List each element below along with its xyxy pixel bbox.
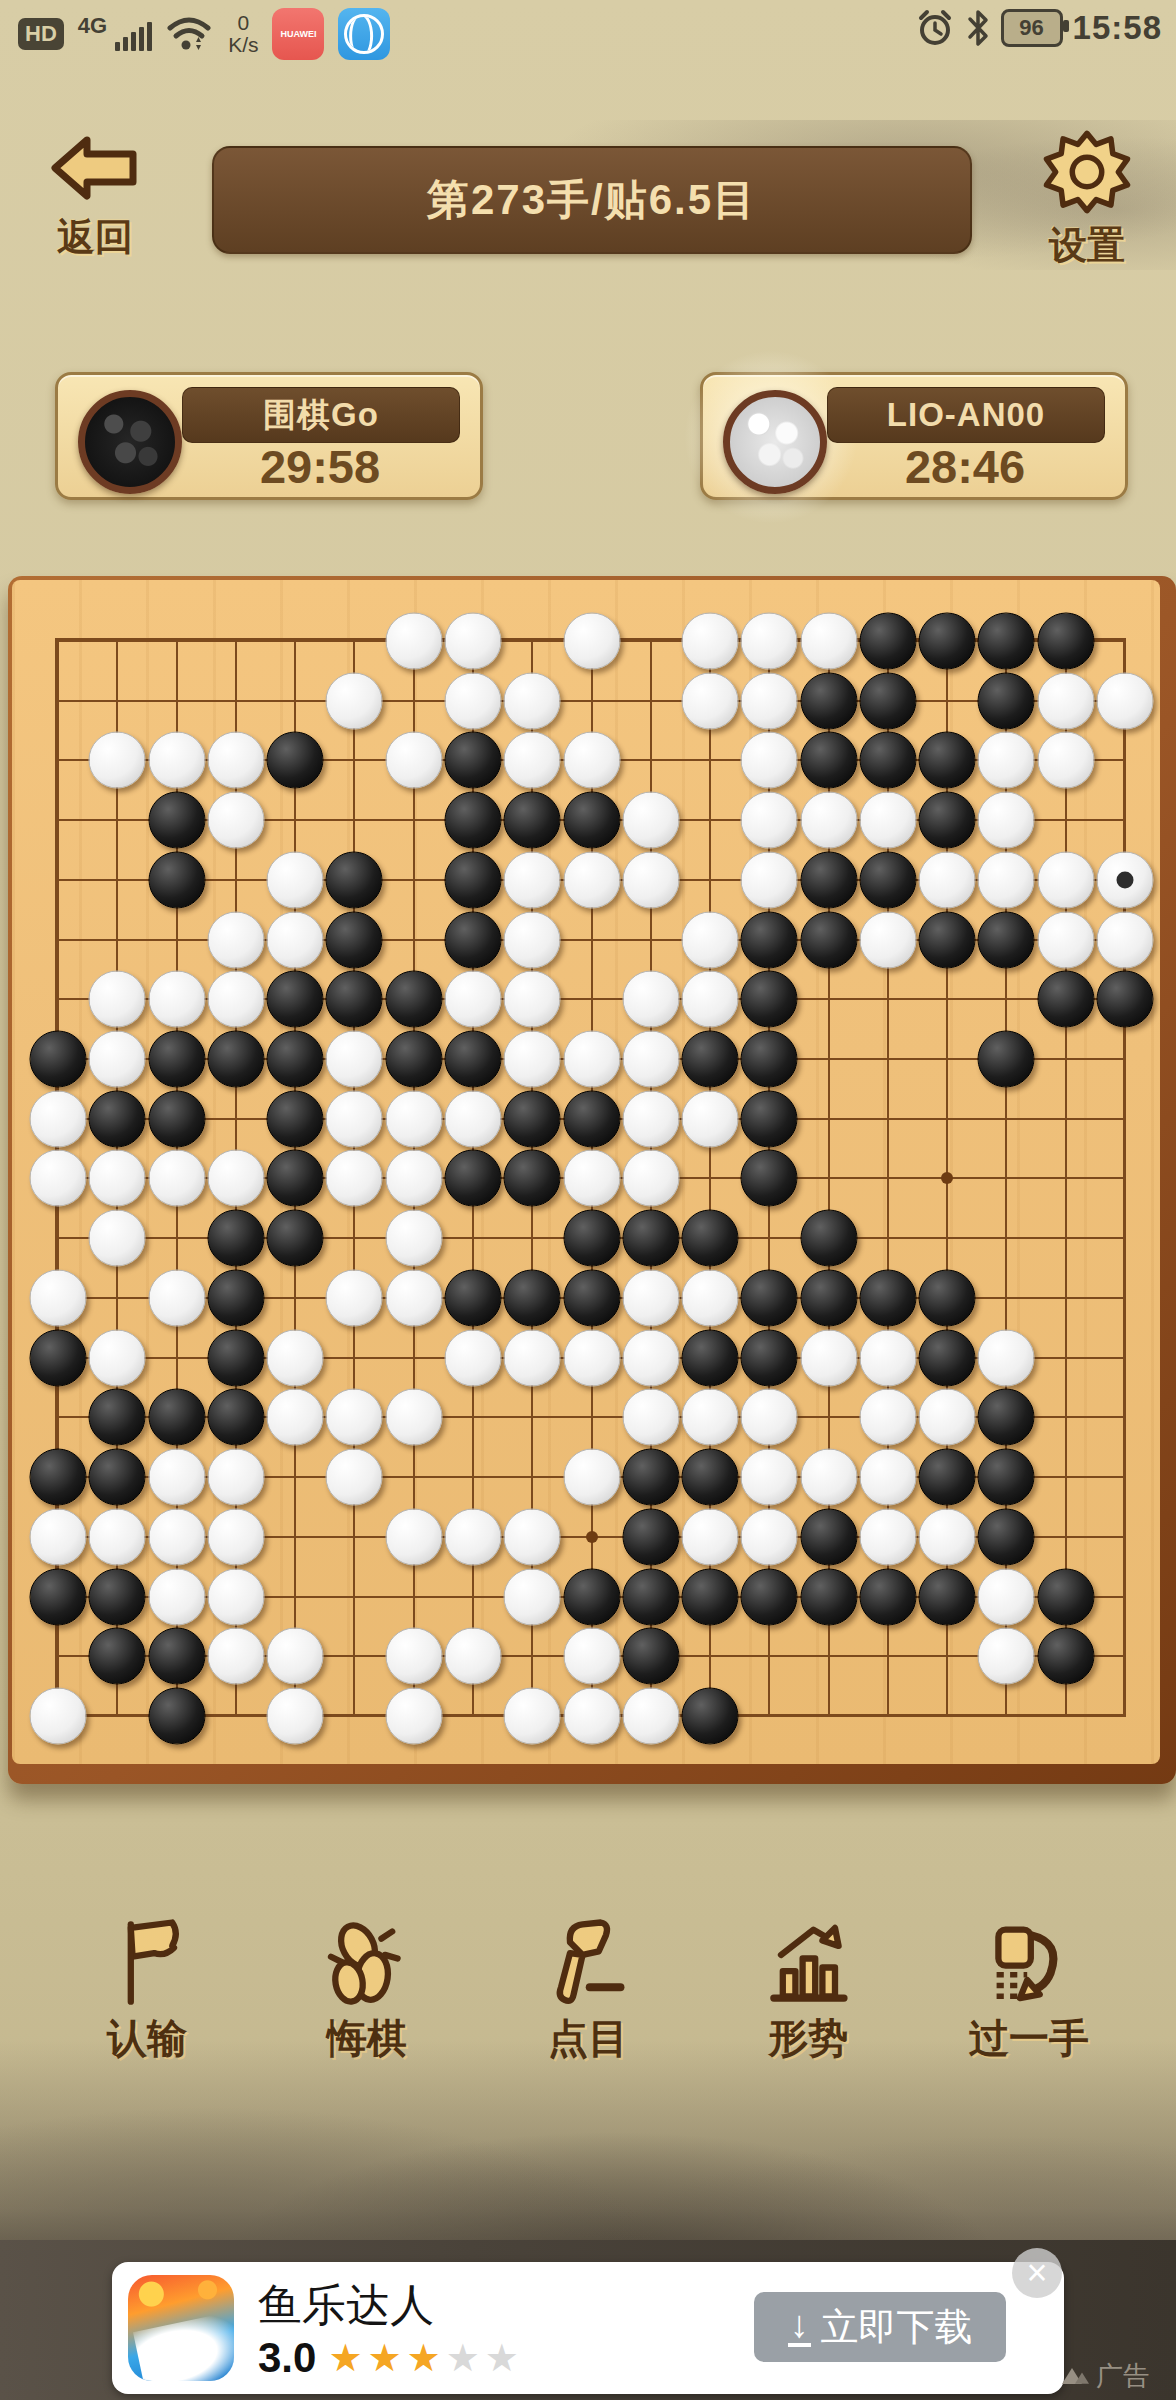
white-stone [148, 971, 205, 1028]
black-stone [30, 1449, 87, 1506]
go-app-screen: HD 4G 0 K/s HUAWEI [0, 0, 1176, 2400]
white-stone [682, 1508, 739, 1565]
huawei-app-icon: HUAWEI [272, 8, 324, 60]
ad-tag: 广告 [1062, 2358, 1150, 2394]
black-stone [919, 1449, 976, 1506]
black-stone [622, 1508, 679, 1565]
black-stone [1097, 971, 1154, 1028]
white-stone [622, 1389, 679, 1446]
black-stone [89, 1090, 146, 1147]
white-stone [741, 1508, 798, 1565]
black-stone [682, 1210, 739, 1267]
white-stone [919, 1389, 976, 1446]
black-stone [800, 1269, 857, 1326]
white-stone [978, 732, 1035, 789]
white-stone [148, 1568, 205, 1625]
network-type-label: 4G [78, 13, 107, 39]
white-stone [978, 792, 1035, 849]
black-stone [800, 732, 857, 789]
black-stone [919, 613, 976, 670]
white-stone [1037, 732, 1094, 789]
player-card-black: 围棋Go 29:58 [55, 372, 483, 500]
white-stone [326, 1449, 383, 1506]
white-stone [207, 732, 264, 789]
black-stone [622, 1628, 679, 1685]
network-speed: 0 K/s [228, 12, 258, 56]
white-stone [267, 1389, 324, 1446]
ad-cta-label: 立即下载 [821, 2302, 973, 2353]
black-stone [148, 792, 205, 849]
white-stone [444, 1090, 501, 1147]
black-stone [326, 971, 383, 1028]
settings-label: 设置 [1022, 220, 1152, 271]
white-stone [682, 1269, 739, 1326]
black-stone [741, 971, 798, 1028]
white-stone [741, 613, 798, 670]
white-stone [207, 1508, 264, 1565]
white-stone [326, 1269, 383, 1326]
white-stone [385, 1090, 442, 1147]
white-stone [385, 1210, 442, 1267]
hd-volte-icon: HD [18, 18, 64, 50]
black-stone [1037, 1568, 1094, 1625]
ad-tag-text: 广告 [1096, 2358, 1150, 2394]
black-stone [504, 1269, 561, 1326]
black-stone [563, 1090, 620, 1147]
black-stone [978, 1389, 1035, 1446]
white-stone [682, 1090, 739, 1147]
star-point [941, 1172, 953, 1184]
white-stone [563, 1449, 620, 1506]
white-stone [385, 732, 442, 789]
white-stone [504, 1329, 561, 1386]
battery-icon: 96 [1001, 9, 1063, 47]
white-stone [1097, 911, 1154, 968]
black-stone [978, 1449, 1035, 1506]
white-stone [919, 851, 976, 908]
black-stone [859, 851, 916, 908]
last-move-marker [1117, 871, 1134, 888]
go-board[interactable] [12, 580, 1160, 1764]
black-stone [148, 1090, 205, 1147]
ad-rating-score: 3.0 [258, 2334, 316, 2382]
white-stone [385, 1687, 442, 1744]
white-stone [207, 1628, 264, 1685]
black-stone [267, 1150, 324, 1207]
black-stone [978, 672, 1035, 729]
count-points-icon [543, 1915, 633, 2011]
black-stone [682, 1449, 739, 1506]
alarm-clock-icon [915, 8, 955, 48]
black-stone [267, 1090, 324, 1147]
black-stone [207, 1210, 264, 1267]
download-icon: ↓ [788, 2307, 811, 2347]
status-bar: HD 4G 0 K/s HUAWEI [0, 0, 1176, 62]
black-stone [563, 1568, 620, 1625]
white-stone [622, 971, 679, 1028]
black-stone [682, 1687, 739, 1744]
white-stone [89, 1329, 146, 1386]
white-stone [148, 1150, 205, 1207]
undo-stones-icon [322, 1915, 412, 2011]
white-stone [207, 971, 264, 1028]
black-stone [800, 851, 857, 908]
white-stone [978, 1568, 1035, 1625]
black-stone [622, 1449, 679, 1506]
white-stone [444, 672, 501, 729]
white-stone [148, 1449, 205, 1506]
black-stone [800, 1210, 857, 1267]
white-stone [800, 1329, 857, 1386]
white-stone [1037, 672, 1094, 729]
black-stone [326, 851, 383, 908]
back-arrow-icon [45, 132, 145, 210]
white-stone [385, 1150, 442, 1207]
gear-icon [1041, 126, 1133, 218]
white-stone [504, 1568, 561, 1625]
white-stone [800, 792, 857, 849]
ad-app-icon [128, 2275, 234, 2381]
black-stone [89, 1449, 146, 1506]
white-stone [800, 1449, 857, 1506]
white-stone [444, 1508, 501, 1565]
black-stone [741, 1269, 798, 1326]
black-stone [267, 971, 324, 1028]
white-stone [622, 792, 679, 849]
white-stone [622, 1687, 679, 1744]
white-stone [504, 1508, 561, 1565]
black-stone [444, 1031, 501, 1088]
white-stone [1097, 672, 1154, 729]
white-stone [563, 732, 620, 789]
black-stone [444, 1269, 501, 1326]
white-stone [741, 851, 798, 908]
black-stone [148, 1687, 205, 1744]
white-stone [30, 1090, 87, 1147]
black-stone [267, 732, 324, 789]
white-stone [622, 1090, 679, 1147]
black-stone [741, 1090, 798, 1147]
black-stone [30, 1329, 87, 1386]
white-stone [148, 1269, 205, 1326]
white-stone [741, 1449, 798, 1506]
white-stone [148, 732, 205, 789]
white-stone [89, 1508, 146, 1565]
white-stone [622, 851, 679, 908]
white-stone [622, 1031, 679, 1088]
black-stone [682, 1568, 739, 1625]
board-frame [8, 576, 1176, 1784]
cell-signal-icon [115, 17, 152, 51]
white-stone [504, 672, 561, 729]
black-stone [148, 851, 205, 908]
white-stone [267, 851, 324, 908]
black-clock: 29:58 [182, 439, 458, 494]
white-stone [504, 851, 561, 908]
white-stone [978, 1329, 1035, 1386]
black-stone [563, 1269, 620, 1326]
white-stone [859, 792, 916, 849]
white-stone [919, 1508, 976, 1565]
black-stone [741, 1031, 798, 1088]
white-stone [682, 672, 739, 729]
white-stone [89, 732, 146, 789]
back-button[interactable]: 返回 [30, 132, 160, 263]
white-stone [563, 1031, 620, 1088]
white-stone [30, 1508, 87, 1565]
white-stone [859, 911, 916, 968]
black-stone [622, 1210, 679, 1267]
ad-card[interactable]: 鱼乐达人 3.0 ★★★★★ ↓ 立即下载 [112, 2262, 1064, 2394]
black-stone [444, 1150, 501, 1207]
white-stone [682, 613, 739, 670]
white-stone [385, 1508, 442, 1565]
black-stone [207, 1329, 264, 1386]
white-stone [89, 1031, 146, 1088]
black-stone [859, 672, 916, 729]
ad-tag-mountain-icon-2 [1075, 2373, 1089, 2384]
black-stone [859, 1269, 916, 1326]
black-stone [919, 1568, 976, 1625]
white-stone [859, 1508, 916, 1565]
star-point [586, 1531, 598, 1543]
black-stone [919, 732, 976, 789]
white-stone [741, 732, 798, 789]
white-stone [682, 911, 739, 968]
white-stone [859, 1449, 916, 1506]
white-stone [207, 1568, 264, 1625]
black-stone [741, 911, 798, 968]
white-stone [444, 1329, 501, 1386]
settings-button[interactable]: 设置 [1022, 126, 1152, 271]
white-nameplate: LIO-AN00 [827, 387, 1105, 443]
black-stone [207, 1389, 264, 1446]
browser-globe-icon [338, 8, 390, 60]
white-stone [1037, 911, 1094, 968]
black-stone [563, 1210, 620, 1267]
black-stone [444, 911, 501, 968]
back-label: 返回 [30, 212, 160, 263]
black-stone [859, 613, 916, 670]
black-stone [1037, 613, 1094, 670]
white-stone [504, 1031, 561, 1088]
white-stone [89, 971, 146, 1028]
black-stone [800, 1568, 857, 1625]
white-stone [385, 613, 442, 670]
black-stone [800, 1508, 857, 1565]
pass-icon [984, 1915, 1074, 2011]
white-stone [1037, 851, 1094, 908]
black-stone [30, 1031, 87, 1088]
black-stone [207, 1269, 264, 1326]
white-stone [563, 613, 620, 670]
black-stone [919, 911, 976, 968]
black-stone [919, 792, 976, 849]
white-stone [622, 1329, 679, 1386]
white-stone [504, 1687, 561, 1744]
white-stone [89, 1150, 146, 1207]
black-stone [504, 792, 561, 849]
black-stone [563, 792, 620, 849]
black-stone [148, 1031, 205, 1088]
white-stone [207, 911, 264, 968]
white-stone [504, 971, 561, 1028]
black-stone [682, 1329, 739, 1386]
move-status-text: 第273手/贴6.5目 [427, 172, 757, 228]
move-status-bar: 第273手/贴6.5目 [212, 146, 972, 254]
white-stones-bowl [723, 390, 827, 494]
black-stone [859, 1568, 916, 1625]
black-stone [741, 1568, 798, 1625]
black-stone [444, 732, 501, 789]
wifi-icon [166, 14, 212, 54]
white-stone [800, 613, 857, 670]
white-stone [859, 1389, 916, 1446]
white-stone [30, 1269, 87, 1326]
white-stone [267, 1628, 324, 1685]
black-stone [444, 851, 501, 908]
white-stone [563, 851, 620, 908]
black-stone [978, 1031, 1035, 1088]
black-stone [622, 1568, 679, 1625]
white-stone [207, 1150, 264, 1207]
bluetooth-icon [965, 8, 991, 48]
white-stone [563, 1628, 620, 1685]
white-stone [148, 1508, 205, 1565]
black-stone [682, 1031, 739, 1088]
white-stone [326, 672, 383, 729]
white-stone [207, 1449, 264, 1506]
white-stone [326, 1389, 383, 1446]
black-stone [800, 911, 857, 968]
black-stone [267, 1031, 324, 1088]
white-stone [385, 1389, 442, 1446]
white-stone [622, 1269, 679, 1326]
black-stone [800, 672, 857, 729]
black-stone [919, 1329, 976, 1386]
black-stone [741, 1150, 798, 1207]
black-stone [504, 1090, 561, 1147]
situation-chart-icon [763, 1915, 853, 2011]
black-stone [148, 1628, 205, 1685]
white-stone [89, 1210, 146, 1267]
black-stone [1037, 1628, 1094, 1685]
black-stone [504, 1150, 561, 1207]
black-stone [385, 1031, 442, 1088]
black-stone [919, 1269, 976, 1326]
white-stone [267, 1329, 324, 1386]
black-stone [978, 1508, 1035, 1565]
white-stone [859, 1329, 916, 1386]
black-stones-bowl [78, 390, 182, 494]
black-stone [444, 792, 501, 849]
white-stone [385, 1628, 442, 1685]
white-stone [326, 1150, 383, 1207]
white-stone [563, 1150, 620, 1207]
white-stone [444, 971, 501, 1028]
white-stone [207, 792, 264, 849]
ad-banner-zone: 鱼乐达人 3.0 ★★★★★ ↓ 立即下载 × 广告 [0, 2240, 1176, 2400]
white-stone [30, 1687, 87, 1744]
ad-download-button[interactable]: ↓ 立即下载 [754, 2292, 1006, 2362]
white-stone [267, 911, 324, 968]
white-stone [741, 672, 798, 729]
player-card-white: LIO-AN00 28:46 [700, 372, 1128, 500]
black-stone [978, 911, 1035, 968]
black-stone [30, 1568, 87, 1625]
black-stone [148, 1389, 205, 1446]
white-stone [682, 971, 739, 1028]
black-stone [89, 1389, 146, 1446]
black-nameplate: 围棋Go [182, 387, 460, 443]
black-stone [267, 1210, 324, 1267]
black-stone [89, 1628, 146, 1685]
white-stone [622, 1150, 679, 1207]
ad-rating-stars: ★★★★★ [328, 2339, 523, 2377]
black-stone [207, 1031, 264, 1088]
white-stone [504, 911, 561, 968]
black-stone [859, 732, 916, 789]
black-stone [1037, 971, 1094, 1028]
black-stone [741, 1329, 798, 1386]
white-stone [30, 1150, 87, 1207]
white-stone [444, 613, 501, 670]
white-stone [741, 792, 798, 849]
white-stone [444, 1628, 501, 1685]
white-player-name: LIO-AN00 [887, 396, 1045, 434]
black-stone [385, 971, 442, 1028]
white-stone [504, 732, 561, 789]
white-stone [267, 1687, 324, 1744]
white-stone [978, 851, 1035, 908]
white-clock: 28:46 [827, 439, 1103, 494]
white-stone [563, 1687, 620, 1744]
ad-rating-row: 3.0 ★★★★★ [258, 2334, 524, 2382]
white-stone [978, 1628, 1035, 1685]
white-stone [563, 1329, 620, 1386]
white-stone [682, 1389, 739, 1446]
black-stone [978, 613, 1035, 670]
ad-close-button[interactable]: × [1012, 2248, 1062, 2298]
resign-flag-icon [102, 1915, 192, 2011]
white-stone [326, 1090, 383, 1147]
black-stone [326, 911, 383, 968]
black-player-name: 围棋Go [263, 393, 379, 438]
white-stone [326, 1031, 383, 1088]
clock-time: 15:58 [1073, 9, 1162, 47]
black-stone [89, 1568, 146, 1625]
ad-app-name: 鱼乐达人 [258, 2276, 434, 2335]
white-stone [385, 1269, 442, 1326]
white-stone [741, 1389, 798, 1446]
